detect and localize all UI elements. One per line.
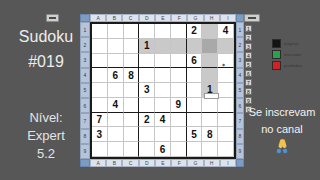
praying-hands-icon bbox=[275, 139, 289, 152]
sudoku-cell-G9[interactable] bbox=[187, 142, 203, 157]
sudoku-cell-C8[interactable] bbox=[124, 127, 140, 142]
sheet-corner-cell bbox=[236, 159, 244, 167]
sudoku-cell-C6[interactable] bbox=[124, 98, 140, 113]
column-header-G[interactable]: G bbox=[187, 159, 203, 167]
sudoku-cell-I6[interactable] bbox=[218, 98, 234, 113]
digit-button-1[interactable]: 1 bbox=[245, 25, 252, 32]
row-header-8[interactable]: 8 bbox=[236, 129, 244, 144]
sudoku-cell-B8[interactable] bbox=[108, 127, 124, 142]
subscribe-text-line2: no canal bbox=[244, 123, 320, 135]
digit-button-9[interactable]: 9 bbox=[245, 97, 252, 104]
column-header-G[interactable]: G bbox=[187, 14, 203, 22]
puzzle-title: Sudoku bbox=[0, 28, 92, 46]
sudoku-cell-I9[interactable] bbox=[218, 142, 234, 157]
praying-cuff-left bbox=[277, 148, 282, 152]
row-header-1[interactable]: 1 bbox=[80, 22, 90, 37]
sudoku-cell-D7[interactable]: 2 bbox=[139, 113, 155, 128]
sudoku-cell-A8[interactable]: 3 bbox=[92, 127, 108, 142]
column-header-E[interactable]: E bbox=[155, 159, 171, 167]
sudoku-cell-I8[interactable] bbox=[218, 127, 234, 142]
sudoku-cell-E6[interactable] bbox=[155, 98, 171, 113]
subscribe-block: Se inscrevam no canal bbox=[244, 106, 320, 152]
digit-button-8[interactable]: 8 bbox=[245, 88, 252, 95]
sudoku-cell-H2[interactable] bbox=[202, 39, 218, 54]
sheet-corner-cell bbox=[80, 159, 90, 167]
sudoku-cell-H3[interactable] bbox=[202, 54, 218, 69]
sudoku-cell-H7[interactable] bbox=[202, 113, 218, 128]
row-header-3[interactable]: 3 bbox=[80, 52, 90, 67]
sudoku-cell-H9[interactable] bbox=[202, 142, 218, 157]
subscribe-text-line1: Se inscrevam bbox=[244, 106, 320, 118]
sudoku-cell-C9[interactable] bbox=[124, 142, 140, 157]
column-header-C[interactable]: C bbox=[122, 14, 138, 22]
sudoku-cell-G7[interactable] bbox=[187, 113, 203, 128]
legend-item-original: original bbox=[272, 39, 299, 48]
sudoku-cell-F9[interactable] bbox=[171, 142, 187, 157]
row-header-5[interactable]: 5 bbox=[236, 83, 244, 98]
sudoku-cell-D2[interactable]: 1 bbox=[139, 39, 155, 54]
sudoku-cell-I2[interactable] bbox=[218, 39, 234, 54]
digit-button-2[interactable]: 2 bbox=[245, 34, 252, 41]
sudoku-cell-E2[interactable] bbox=[155, 39, 171, 54]
sudoku-cell-B3[interactable] bbox=[108, 54, 124, 69]
sudoku-cell-E5[interactable] bbox=[155, 83, 171, 98]
column-header-H[interactable]: H bbox=[204, 159, 220, 167]
sudoku-cell-G8[interactable]: 5 bbox=[187, 127, 203, 142]
sudoku-cell-A7[interactable]: 7 bbox=[92, 113, 108, 128]
sudoku-cell-I7[interactable] bbox=[218, 113, 234, 128]
row-header-4[interactable]: 4 bbox=[236, 68, 244, 83]
sudoku-cell-C4[interactable]: 8 bbox=[124, 68, 140, 83]
legend-swatch-original bbox=[272, 39, 281, 48]
sudoku-cell-C2[interactable] bbox=[124, 39, 140, 54]
sudoku-cell-D5[interactable]: 3 bbox=[139, 83, 155, 98]
sudoku-cell-G5[interactable] bbox=[187, 83, 203, 98]
legend-item-marcado: marcado bbox=[272, 50, 301, 59]
legend-label: original bbox=[284, 41, 299, 46]
sudoku-cell-B7[interactable] bbox=[108, 113, 124, 128]
sudoku-cell-B2[interactable] bbox=[108, 39, 124, 54]
sudoku-cell-E9[interactable]: 6 bbox=[155, 142, 171, 157]
sudoku-cell-A3[interactable] bbox=[92, 54, 108, 69]
column-header-H[interactable]: H bbox=[204, 14, 220, 22]
puzzle-number: #019 bbox=[0, 53, 92, 71]
sudoku-cell-E1[interactable] bbox=[155, 24, 171, 39]
digit-button-5[interactable]: 5 bbox=[245, 61, 252, 68]
row-header-8[interactable]: 8 bbox=[80, 129, 90, 144]
column-header-B[interactable]: B bbox=[106, 159, 122, 167]
sudoku-cell-F8[interactable] bbox=[171, 127, 187, 142]
sudoku-cell-I1[interactable]: 4 bbox=[218, 24, 234, 39]
level-name: Expert bbox=[0, 128, 92, 143]
legend-label: marcado bbox=[284, 52, 301, 57]
sudoku-cell-H4[interactable] bbox=[202, 68, 218, 83]
level-label: Nível: bbox=[0, 110, 92, 125]
legend-swatch-proibidos bbox=[272, 61, 281, 70]
sudoku-cell-I4[interactable] bbox=[218, 68, 234, 83]
sudoku-cell-I3[interactable] bbox=[218, 54, 234, 69]
column-header-E[interactable]: E bbox=[155, 14, 171, 22]
sudoku-cell-D8[interactable] bbox=[139, 127, 155, 142]
column-header-A[interactable]: A bbox=[90, 14, 106, 22]
mini-toolbar-button-right[interactable] bbox=[244, 14, 260, 22]
row-header-strip-left: 123456789 bbox=[80, 22, 90, 159]
sudoku-cell-E4[interactable] bbox=[155, 68, 171, 83]
digit-button-7[interactable]: 7 bbox=[245, 79, 252, 86]
sudoku-cell-D4[interactable] bbox=[139, 68, 155, 83]
sudoku-cell-A1[interactable] bbox=[92, 24, 108, 39]
sudoku-cell-B6[interactable]: 4 bbox=[108, 98, 124, 113]
sudoku-cell-F5[interactable] bbox=[171, 83, 187, 98]
legend-item-proibidos: proibidos bbox=[272, 61, 302, 70]
sheet-corner-cell bbox=[236, 14, 244, 22]
mini-toolbar-button-left[interactable] bbox=[46, 14, 59, 22]
column-header-I[interactable]: I bbox=[220, 159, 236, 167]
digit-button-3[interactable]: 3 bbox=[245, 43, 252, 50]
row-header-1[interactable]: 1 bbox=[236, 22, 244, 37]
row-header-4[interactable]: 4 bbox=[80, 68, 90, 83]
digit-button-6[interactable]: 6 bbox=[245, 70, 252, 77]
column-header-B[interactable]: B bbox=[106, 14, 122, 22]
sudoku-cell-E7[interactable]: 4 bbox=[155, 113, 171, 128]
sudoku-cell-A5[interactable] bbox=[92, 83, 108, 98]
level-rating: 5.2 bbox=[0, 146, 92, 161]
column-header-C[interactable]: C bbox=[122, 159, 138, 167]
sudoku-cell-F3[interactable] bbox=[171, 54, 187, 69]
sudoku-cell-A6[interactable] bbox=[92, 98, 108, 113]
sudoku-cell-F6[interactable]: 9 bbox=[171, 98, 187, 113]
praying-cuff-right bbox=[283, 148, 288, 152]
row-header-2[interactable]: 2 bbox=[236, 37, 244, 52]
sudoku-cell-G3[interactable]: 6 bbox=[187, 54, 203, 69]
sudoku-cell-E3[interactable] bbox=[155, 54, 171, 69]
sudoku-cell-I5[interactable] bbox=[218, 83, 234, 98]
sudoku-cell-G6[interactable] bbox=[187, 98, 203, 113]
sudoku-cell-G1[interactable]: 2 bbox=[187, 24, 203, 39]
sudoku-cell-F1[interactable] bbox=[171, 24, 187, 39]
row-header-9[interactable]: 9 bbox=[80, 144, 90, 159]
column-header-D[interactable]: D bbox=[139, 14, 155, 22]
sudoku-cell-D9[interactable] bbox=[139, 142, 155, 157]
sudoku-cell-F7[interactable] bbox=[171, 113, 187, 128]
sudoku-cell-H1[interactable] bbox=[202, 24, 218, 39]
sudoku-cell-F4[interactable] bbox=[171, 68, 187, 83]
row-header-9[interactable]: 9 bbox=[236, 144, 244, 159]
row-header-2[interactable]: 2 bbox=[80, 37, 90, 52]
column-header-F[interactable]: F bbox=[171, 14, 187, 22]
sudoku-cell-A4[interactable] bbox=[92, 68, 108, 83]
row-header-5[interactable]: 5 bbox=[80, 83, 90, 98]
fill-handle-icon[interactable]: ◆ bbox=[222, 62, 225, 67]
sudoku-cell-D6[interactable] bbox=[139, 98, 155, 113]
legend-label: proibidos bbox=[284, 63, 302, 68]
sudoku-cell-C7[interactable] bbox=[124, 113, 140, 128]
column-header-I[interactable]: I bbox=[220, 14, 236, 22]
sudoku-cell-A9[interactable] bbox=[92, 142, 108, 157]
sudoku-cell-G4[interactable] bbox=[187, 68, 203, 83]
sudoku-cell-E8[interactable] bbox=[155, 127, 171, 142]
sudoku-cell-C1[interactable] bbox=[124, 24, 140, 39]
sheet-corner-cell bbox=[80, 14, 90, 22]
column-header-F[interactable]: F bbox=[171, 159, 187, 167]
sudoku-cell-B5[interactable] bbox=[108, 83, 124, 98]
legend-swatch-marcado bbox=[272, 50, 281, 59]
sudoku-cell-A2[interactable] bbox=[92, 39, 108, 54]
row-header-7[interactable]: 7 bbox=[80, 113, 90, 128]
sudoku-board: 24166831497243586 bbox=[90, 22, 236, 159]
sudoku-cell-B9[interactable] bbox=[108, 142, 124, 157]
column-header-strip-top: ABCDEFGHI bbox=[80, 14, 244, 22]
sudoku-cell-D3[interactable] bbox=[139, 54, 155, 69]
cell-selection-box[interactable] bbox=[204, 93, 219, 99]
column-header-strip-bottom: ABCDEFGHI bbox=[80, 159, 244, 167]
sudoku-cell-F2[interactable] bbox=[171, 39, 187, 54]
sudoku-cell-G2[interactable] bbox=[187, 39, 203, 54]
column-header-A[interactable]: A bbox=[90, 159, 106, 167]
row-header-6[interactable]: 6 bbox=[236, 98, 244, 113]
title-block: Sudoku #019 bbox=[0, 28, 92, 71]
sudoku-cell-B1[interactable] bbox=[108, 24, 124, 39]
digit-button-4[interactable]: 4 bbox=[245, 52, 252, 59]
column-header-D[interactable]: D bbox=[139, 159, 155, 167]
sudoku-cell-H6[interactable] bbox=[202, 98, 218, 113]
sudoku-cell-C3[interactable] bbox=[124, 54, 140, 69]
sudoku-cell-C5[interactable] bbox=[124, 83, 140, 98]
sudoku-cell-H8[interactable]: 8 bbox=[202, 127, 218, 142]
row-header-3[interactable]: 3 bbox=[236, 52, 244, 67]
level-block: Nível: Expert 5.2 bbox=[0, 107, 92, 161]
row-header-strip-right: 123456789 bbox=[236, 22, 244, 159]
row-header-7[interactable]: 7 bbox=[236, 113, 244, 128]
sudoku-cell-B4[interactable]: 6 bbox=[108, 68, 124, 83]
row-header-6[interactable]: 6 bbox=[80, 98, 90, 113]
sudoku-cell-D1[interactable] bbox=[139, 24, 155, 39]
